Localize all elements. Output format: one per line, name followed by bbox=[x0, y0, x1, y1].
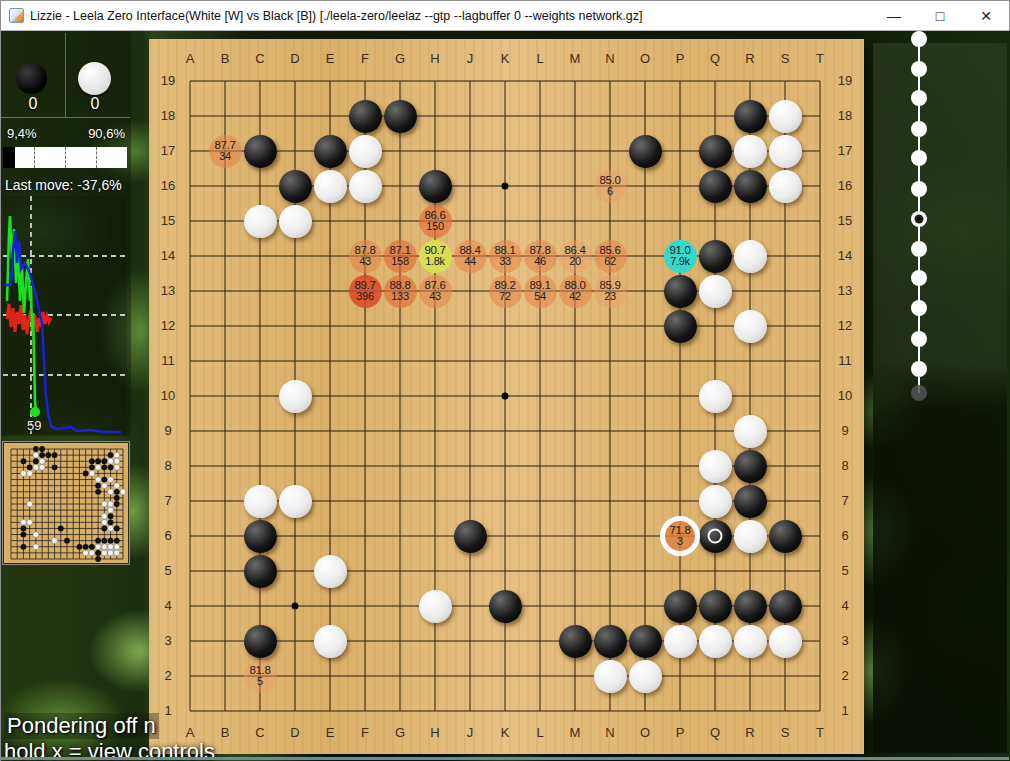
candidate-move-C2[interactable]: 81.85 bbox=[244, 660, 277, 693]
coord-number-left: 7 bbox=[156, 493, 180, 509]
left-panel: 0 0 9,4% 90,6% Last move: -37,6% 59 bbox=[1, 31, 131, 761]
coord-number-right: 4 bbox=[833, 598, 857, 614]
coord-letter-top: P bbox=[668, 51, 692, 67]
coord-letter-top: Q bbox=[703, 51, 727, 67]
black-winrate-percent: 9,4% bbox=[7, 126, 37, 141]
candidate-move-B17[interactable]: 87.734 bbox=[209, 135, 242, 168]
panel-divider bbox=[1, 117, 130, 118]
white-stone-Q3 bbox=[699, 625, 732, 658]
white-stone-S3 bbox=[769, 625, 802, 658]
coord-letter-bottom: F bbox=[353, 725, 377, 741]
candidate-move-M14[interactable]: 86.420 bbox=[559, 240, 592, 273]
black-stone-N3 bbox=[594, 625, 627, 658]
coord-number-left: 1 bbox=[156, 703, 180, 719]
coord-number-right: 15 bbox=[833, 213, 857, 229]
black-stone-Q16 bbox=[699, 170, 732, 203]
winrate-graph[interactable] bbox=[3, 196, 127, 434]
black-stone-K4 bbox=[489, 590, 522, 623]
candidate-visits: 43 bbox=[429, 291, 441, 302]
candidate-visits: 44 bbox=[464, 256, 476, 267]
black-stone-F18 bbox=[349, 100, 382, 133]
candidate-visits: 34 bbox=[219, 151, 231, 162]
white-stone-P3 bbox=[664, 625, 697, 658]
coord-number-right: 11 bbox=[833, 353, 857, 369]
candidate-move-G13[interactable]: 88.8133 bbox=[384, 275, 417, 308]
black-stone-R7 bbox=[734, 485, 767, 518]
black-stone-C6 bbox=[244, 520, 277, 553]
coord-number-right: 18 bbox=[833, 108, 857, 124]
close-button[interactable]: ✕ bbox=[963, 1, 1009, 31]
coord-number-left: 14 bbox=[156, 248, 180, 264]
coord-letter-bottom: P bbox=[668, 725, 692, 741]
coord-number-left: 13 bbox=[156, 283, 180, 299]
coord-letter-bottom: D bbox=[283, 725, 307, 741]
white-stone-E16 bbox=[314, 170, 347, 203]
winrate-bar bbox=[3, 147, 127, 168]
black-stone-R8 bbox=[734, 450, 767, 483]
candidate-move-H15[interactable]: 86.6150 bbox=[419, 205, 452, 238]
black-stone-Q17 bbox=[699, 135, 732, 168]
coord-letter-bottom: E bbox=[318, 725, 342, 741]
candidate-visits: 158 bbox=[391, 256, 408, 267]
candidate-move-F14[interactable]: 87.843 bbox=[349, 240, 382, 273]
coord-letter-bottom: K bbox=[493, 725, 517, 741]
candidate-visits: 150 bbox=[426, 221, 443, 232]
coord-number-right: 12 bbox=[833, 318, 857, 334]
last-move-marker bbox=[708, 529, 723, 544]
black-stone-E17 bbox=[314, 135, 347, 168]
coord-number-right: 7 bbox=[833, 493, 857, 509]
candidate-move-N14[interactable]: 85.662 bbox=[594, 240, 627, 273]
coord-letter-top: S bbox=[773, 51, 797, 67]
coord-number-left: 18 bbox=[156, 108, 180, 124]
white-capture-stone-icon bbox=[78, 62, 111, 95]
white-stone-O2 bbox=[629, 660, 662, 693]
title-bar[interactable]: Lizzie - Leela Zero Interface(White [W] … bbox=[1, 1, 1009, 31]
coord-number-left: 2 bbox=[156, 668, 180, 684]
window-controls: — □ ✕ bbox=[871, 1, 1009, 31]
candidate-visits: 5 bbox=[257, 676, 263, 687]
white-stone-R6 bbox=[734, 520, 767, 553]
coord-letter-top: H bbox=[423, 51, 447, 67]
candidate-move-F13[interactable]: 89.7396 bbox=[349, 275, 382, 308]
black-stone-O17 bbox=[629, 135, 662, 168]
black-stone-Q6 bbox=[699, 520, 732, 553]
white-stone-F16 bbox=[349, 170, 382, 203]
black-stone-H16 bbox=[419, 170, 452, 203]
variation-tree[interactable] bbox=[867, 31, 1007, 753]
coord-number-left: 12 bbox=[156, 318, 180, 334]
coord-letter-top: O bbox=[633, 51, 657, 67]
candidate-move-J14[interactable]: 88.444 bbox=[454, 240, 487, 273]
candidate-move-H13[interactable]: 87.643 bbox=[419, 275, 452, 308]
black-stone-P12 bbox=[664, 310, 697, 343]
white-stone-C7 bbox=[244, 485, 277, 518]
coord-number-left: 6 bbox=[156, 528, 180, 544]
white-stone-F17 bbox=[349, 135, 382, 168]
coord-number-right: 14 bbox=[833, 248, 857, 264]
coord-letter-top: J bbox=[458, 51, 482, 67]
capture-divider bbox=[65, 33, 66, 117]
winrate-bar-tick bbox=[34, 147, 35, 168]
coord-number-right: 17 bbox=[833, 143, 857, 159]
coord-letter-bottom: G bbox=[388, 725, 412, 741]
coord-number-right: 1 bbox=[833, 703, 857, 719]
coord-letter-top: G bbox=[388, 51, 412, 67]
white-stone-H4 bbox=[419, 590, 452, 623]
black-stone-G18 bbox=[384, 100, 417, 133]
coord-letter-top: E bbox=[318, 51, 342, 67]
coord-number-left: 8 bbox=[156, 458, 180, 474]
coord-number-left: 3 bbox=[156, 633, 180, 649]
black-stone-Q4 bbox=[699, 590, 732, 623]
white-stone-E3 bbox=[314, 625, 347, 658]
candidate-move-H14[interactable]: 90.71.8k bbox=[419, 240, 452, 273]
black-stone-S4 bbox=[769, 590, 802, 623]
coord-letter-bottom: Q bbox=[703, 725, 727, 741]
white-stone-D15 bbox=[279, 205, 312, 238]
coord-letter-top: L bbox=[528, 51, 552, 67]
coord-number-right: 16 bbox=[833, 178, 857, 194]
coord-letter-top: D bbox=[283, 51, 307, 67]
java-app-icon bbox=[9, 8, 24, 23]
coord-letter-top: F bbox=[353, 51, 377, 67]
black-stone-D16 bbox=[279, 170, 312, 203]
winrate-bar-tick bbox=[65, 147, 66, 168]
white-stone-E5 bbox=[314, 555, 347, 588]
candidate-move-P6[interactable]: 71.83 bbox=[660, 516, 700, 556]
black-capture-count: 0 bbox=[13, 95, 53, 113]
coord-letter-top: A bbox=[178, 51, 202, 67]
candidate-visits: 20 bbox=[569, 256, 581, 267]
black-stone-C3 bbox=[244, 625, 277, 658]
coord-letter-bottom: H bbox=[423, 725, 447, 741]
black-stone-C17 bbox=[244, 135, 277, 168]
candidate-visits: 54 bbox=[534, 291, 546, 302]
candidate-visits: 33 bbox=[499, 256, 511, 267]
coord-number-right: 19 bbox=[833, 73, 857, 89]
black-stone-Q14 bbox=[699, 240, 732, 273]
white-stone-N2 bbox=[594, 660, 627, 693]
candidate-visits: 3 bbox=[677, 536, 683, 547]
coord-number-left: 9 bbox=[156, 423, 180, 439]
coord-number-left: 5 bbox=[156, 563, 180, 579]
candidate-visits: 72 bbox=[499, 291, 511, 302]
candidate-move-K14[interactable]: 88.133 bbox=[489, 240, 522, 273]
black-stone-O3 bbox=[629, 625, 662, 658]
coord-letter-bottom: R bbox=[738, 725, 762, 741]
candidate-visits: 62 bbox=[604, 256, 616, 267]
candidate-move-G14[interactable]: 87.1158 bbox=[384, 240, 417, 273]
white-stone-Q10 bbox=[699, 380, 732, 413]
white-stone-R9 bbox=[734, 415, 767, 448]
coord-letter-top: T bbox=[808, 51, 832, 67]
move-number: 59 bbox=[27, 418, 41, 433]
candidate-visits: 43 bbox=[359, 256, 371, 267]
coord-number-right: 10 bbox=[833, 388, 857, 404]
coord-number-left: 15 bbox=[156, 213, 180, 229]
coord-letter-top: B bbox=[213, 51, 237, 67]
candidate-visits: 396 bbox=[356, 291, 373, 302]
coord-letter-top: C bbox=[248, 51, 272, 67]
coord-number-right: 2 bbox=[833, 668, 857, 684]
white-stone-Q13 bbox=[699, 275, 732, 308]
coord-letter-bottom: S bbox=[773, 725, 797, 741]
black-stone-P13 bbox=[664, 275, 697, 308]
coord-letter-bottom: L bbox=[528, 725, 552, 741]
black-stone-R4 bbox=[734, 590, 767, 623]
coord-number-right: 13 bbox=[833, 283, 857, 299]
coord-letter-bottom: B bbox=[213, 725, 237, 741]
black-capture-stone-icon bbox=[16, 63, 47, 94]
candidate-visits: 1.8k bbox=[425, 256, 445, 267]
coord-number-left: 10 bbox=[156, 388, 180, 404]
candidate-visits: 42 bbox=[569, 291, 581, 302]
coord-number-left: 19 bbox=[156, 73, 180, 89]
app-window: Lizzie - Leela Zero Interface(White [W] … bbox=[0, 0, 1010, 761]
candidate-visits: 23 bbox=[604, 291, 616, 302]
black-stone-R16 bbox=[734, 170, 767, 203]
coord-letter-bottom: M bbox=[563, 725, 587, 741]
pondering-status: Pondering off n bbox=[4, 713, 159, 739]
minimize-button[interactable]: — bbox=[871, 1, 917, 31]
white-stone-Q8 bbox=[699, 450, 732, 483]
coord-number-right: 3 bbox=[833, 633, 857, 649]
coord-number-right: 8 bbox=[833, 458, 857, 474]
coord-letter-top: K bbox=[493, 51, 517, 67]
winrate-bar-black-segment bbox=[3, 147, 15, 168]
black-stone-C5 bbox=[244, 555, 277, 588]
coord-letter-top: M bbox=[563, 51, 587, 67]
coord-letter-bottom: O bbox=[633, 725, 657, 741]
coord-number-right: 6 bbox=[833, 528, 857, 544]
coord-number-left: 4 bbox=[156, 598, 180, 614]
coord-letter-top: N bbox=[598, 51, 622, 67]
white-stone-Q7 bbox=[699, 485, 732, 518]
candidate-visits: 7.9k bbox=[670, 256, 690, 267]
variation-preview-board[interactable] bbox=[3, 442, 129, 564]
candidate-move-L13[interactable]: 89.154 bbox=[524, 275, 557, 308]
candidate-move-K13[interactable]: 89.272 bbox=[489, 275, 522, 308]
coord-letter-top: R bbox=[738, 51, 762, 67]
candidate-move-M13[interactable]: 88.042 bbox=[559, 275, 592, 308]
white-winrate-percent: 90,6% bbox=[88, 126, 125, 141]
candidate-move-P14[interactable]: 91.07.9k bbox=[664, 240, 697, 273]
white-stone-D10 bbox=[279, 380, 312, 413]
black-stone-R18 bbox=[734, 100, 767, 133]
white-stone-R3 bbox=[734, 625, 767, 658]
black-stone-M3 bbox=[559, 625, 592, 658]
white-stone-R17 bbox=[734, 135, 767, 168]
window-bottom-edge bbox=[1, 757, 1009, 760]
white-capture-count: 0 bbox=[75, 95, 115, 113]
white-stone-S17 bbox=[769, 135, 802, 168]
white-stone-C15 bbox=[244, 205, 277, 238]
coord-letter-bottom: N bbox=[598, 725, 622, 741]
coord-letter-bottom: T bbox=[808, 725, 832, 741]
coord-letter-bottom: J bbox=[458, 725, 482, 741]
white-stone-R12 bbox=[734, 310, 767, 343]
coord-number-right: 9 bbox=[833, 423, 857, 439]
white-stone-R14 bbox=[734, 240, 767, 273]
coord-number-right: 5 bbox=[833, 563, 857, 579]
coord-letter-bottom: C bbox=[248, 725, 272, 741]
go-board[interactable]: AABBCCDDEEFFGGHHJJKKLLMMNNOOPPQQRRSSTT19… bbox=[149, 39, 864, 754]
candidate-move-L14[interactable]: 87.846 bbox=[524, 240, 557, 273]
coord-number-left: 11 bbox=[156, 353, 180, 369]
black-stone-S6 bbox=[769, 520, 802, 553]
black-stone-J6 bbox=[454, 520, 487, 553]
coord-number-left: 17 bbox=[156, 143, 180, 159]
maximize-button[interactable]: □ bbox=[917, 1, 963, 31]
winrate-bar-tick bbox=[96, 147, 97, 168]
candidate-visits: 6 bbox=[607, 186, 613, 197]
window-title: Lizzie - Leela Zero Interface(White [W] … bbox=[30, 9, 643, 23]
candidate-move-N13[interactable]: 85.923 bbox=[594, 275, 627, 308]
white-stone-D7 bbox=[279, 485, 312, 518]
candidate-visits: 133 bbox=[391, 291, 408, 302]
last-move-delta: Last move: -37,6% bbox=[5, 177, 122, 193]
candidate-visits: 46 bbox=[534, 256, 546, 267]
white-stone-S18 bbox=[769, 100, 802, 133]
candidate-move-N16[interactable]: 85.06 bbox=[594, 170, 627, 203]
white-stone-S16 bbox=[769, 170, 802, 203]
black-stone-P4 bbox=[664, 590, 697, 623]
coord-number-left: 16 bbox=[156, 178, 180, 194]
